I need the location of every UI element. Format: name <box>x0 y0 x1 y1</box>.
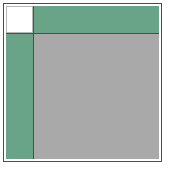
board <box>34 34 159 159</box>
nonogram-puzzle <box>3 3 162 162</box>
board-container <box>34 34 159 159</box>
column-clues <box>34 6 159 33</box>
puzzle-layout <box>6 6 159 159</box>
corner-block <box>6 6 33 33</box>
row-clues <box>6 34 33 159</box>
